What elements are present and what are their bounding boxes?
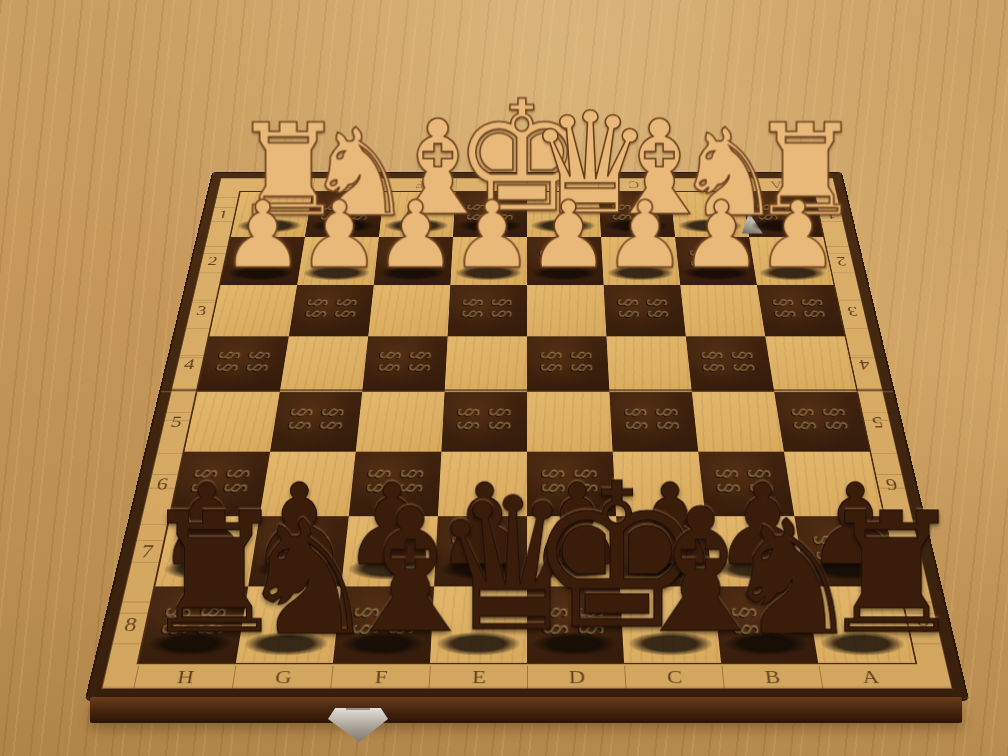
square-e4 — [445, 336, 527, 391]
square-c6 — [613, 452, 706, 517]
square-g5: §§ §§ — [270, 392, 362, 452]
square-a6 — [784, 452, 884, 517]
square-b2: §§ §§ — [675, 237, 757, 285]
square-d1 — [527, 192, 601, 237]
square-f2: §§ §§ — [374, 237, 453, 285]
rank-label-left-3: 3 — [188, 303, 215, 319]
square-f4: §§ §§ — [362, 336, 447, 391]
square-e5: §§ §§ — [441, 392, 527, 452]
square-c4 — [606, 336, 691, 391]
scroll-motif: §§ §§ — [170, 452, 270, 517]
scroll-motif: §§ §§ — [333, 586, 434, 662]
square-b3 — [680, 285, 765, 337]
square-e1: §§ §§ — [453, 192, 527, 237]
square-d8: §§ §§ — [527, 586, 624, 662]
square-b8: §§ §§ — [713, 586, 818, 662]
square-d7 — [527, 516, 620, 586]
scroll-motif: §§ §§ — [675, 237, 757, 285]
scroll-motif: §§ §§ — [686, 336, 774, 391]
square-g7: §§ §§ — [248, 516, 348, 586]
square-e3: §§ §§ — [448, 285, 527, 337]
square-b5 — [692, 392, 784, 452]
square-a8 — [806, 586, 915, 662]
square-f3 — [368, 285, 450, 337]
scroll-motif: §§ §§ — [527, 237, 604, 285]
box-front-edge — [90, 697, 962, 723]
square-b7 — [705, 516, 805, 586]
board-grid: §§ §§§§ §§§§ §§§§ §§§§ §§§§ §§§§ §§§§ §§… — [137, 191, 918, 664]
square-d4: §§ §§ — [527, 336, 609, 391]
scroll-motif: §§ §§ — [616, 516, 713, 586]
scroll-motif: §§ §§ — [289, 285, 374, 337]
scroll-motif: §§ §§ — [527, 586, 624, 662]
square-g8 — [236, 586, 341, 662]
scroll-motif: §§ §§ — [349, 452, 442, 517]
square-g6 — [260, 452, 356, 517]
square-a3: §§ §§ — [757, 285, 845, 337]
square-f1 — [379, 192, 455, 237]
square-g1: §§ §§ — [305, 192, 384, 237]
scroll-motif: §§ §§ — [448, 285, 527, 337]
square-h2: §§ §§ — [220, 237, 304, 285]
scroll-motif: §§ §§ — [713, 586, 818, 662]
scroll-motif: §§ §§ — [305, 192, 384, 237]
scroll-motif: §§ §§ — [434, 516, 527, 586]
scroll-motif: §§ §§ — [742, 192, 823, 237]
square-a2 — [749, 237, 833, 285]
square-h6: §§ §§ — [170, 452, 270, 517]
scroll-motif: §§ §§ — [527, 452, 616, 517]
scroll-motif: §§ §§ — [374, 237, 453, 285]
square-b1 — [670, 192, 749, 237]
scroll-motif: §§ §§ — [197, 336, 288, 391]
square-h8: §§ §§ — [139, 586, 248, 662]
square-e8 — [430, 586, 527, 662]
metal-clasp-left — [328, 708, 388, 742]
scroll-motif: §§ §§ — [757, 285, 845, 337]
square-h7 — [155, 516, 259, 586]
square-d3 — [527, 285, 606, 337]
scroll-motif: §§ §§ — [441, 392, 527, 452]
square-e2 — [450, 237, 527, 285]
square-b4: §§ §§ — [686, 336, 774, 391]
square-h3 — [209, 285, 297, 337]
chess-board: §§ §§§§ §§§§ §§§§ §§§§ §§§§ §§§§ §§§§ §§… — [87, 173, 967, 699]
square-f8: §§ §§ — [333, 586, 434, 662]
square-a5: §§ §§ — [774, 392, 869, 452]
square-d2: §§ §§ — [527, 237, 604, 285]
scroll-motif: §§ §§ — [698, 452, 794, 517]
square-f5 — [356, 392, 445, 452]
square-e6 — [438, 452, 527, 517]
square-c8 — [620, 586, 721, 662]
table: §§ §§§§ §§§§ §§§§ §§§§ §§§§ §§§§ §§§§ §§… — [0, 0, 1008, 756]
scroll-motif: §§ §§ — [609, 392, 698, 452]
scroll-motif: §§ §§ — [362, 336, 447, 391]
square-f6: §§ §§ — [349, 452, 442, 517]
square-c5: §§ §§ — [609, 392, 698, 452]
square-e7: §§ §§ — [434, 516, 527, 586]
scroll-motif: §§ §§ — [794, 516, 898, 586]
scroll-motif: §§ §§ — [220, 237, 304, 285]
square-g2 — [297, 237, 379, 285]
square-a1: §§ §§ — [742, 192, 823, 237]
scroll-motif: §§ §§ — [270, 392, 362, 452]
square-h4: §§ §§ — [197, 336, 288, 391]
square-b6: §§ §§ — [698, 452, 794, 517]
scroll-motif: §§ §§ — [604, 285, 686, 337]
square-g4 — [280, 336, 368, 391]
scroll-motif: §§ §§ — [248, 516, 348, 586]
square-d5 — [527, 392, 613, 452]
square-g3: §§ §§ — [289, 285, 374, 337]
rank-label-right-3: 3 — [839, 303, 866, 319]
square-d6: §§ §§ — [527, 452, 616, 517]
scroll-motif: §§ §§ — [599, 192, 675, 237]
square-c3: §§ §§ — [604, 285, 686, 337]
square-h1 — [231, 192, 312, 237]
square-h5 — [184, 392, 279, 452]
square-c1: §§ §§ — [599, 192, 675, 237]
scroll-motif: §§ §§ — [453, 192, 527, 237]
square-c7: §§ §§ — [616, 516, 713, 586]
square-c2 — [601, 237, 680, 285]
scroll-motif: §§ §§ — [527, 336, 609, 391]
square-f7 — [341, 516, 438, 586]
scroll-motif: §§ §§ — [139, 586, 248, 662]
square-a4 — [765, 336, 856, 391]
square-a7: §§ §§ — [794, 516, 898, 586]
scroll-motif: §§ §§ — [774, 392, 869, 452]
